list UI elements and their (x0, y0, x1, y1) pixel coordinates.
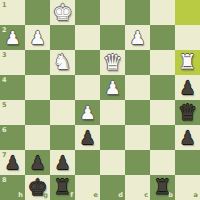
rank-label-3: 3 (2, 51, 7, 59)
rank-label-5: 5 (2, 101, 7, 109)
rank-label-4: 4 (2, 76, 7, 84)
rank-label-6: 6 (2, 126, 7, 134)
square-d7[interactable] (100, 150, 125, 175)
square-h3[interactable]: 3 (0, 50, 25, 75)
piece-black-pawn-e6[interactable]: ♟ (75, 125, 100, 150)
piece-black-rook-f8[interactable]: ♜ (50, 175, 75, 200)
file-label-d: d (118, 191, 123, 199)
square-h6[interactable]: 6 (0, 125, 25, 150)
square-d8[interactable]: d (100, 175, 125, 200)
piece-white-pawn-d4[interactable]: ♟ (100, 75, 125, 100)
piece-white-pawn-h2[interactable]: ♟ (0, 25, 25, 50)
square-c1[interactable] (125, 0, 150, 25)
piece-white-rook-a3[interactable]: ♜ (175, 50, 200, 75)
piece-white-knight-f3[interactable]: ♞ (50, 50, 75, 75)
chess-board: 1♚2♟♟♟3♞♛♜4♟♟5♟♛6♟♟7♟♟♟8hg♚f♜edcb♜a (0, 0, 200, 200)
square-a6[interactable]: ♟ (175, 125, 200, 150)
square-b7[interactable] (150, 150, 175, 175)
square-a4[interactable]: ♟ (175, 75, 200, 100)
square-a1[interactable] (175, 0, 200, 25)
square-d3[interactable]: ♛ (100, 50, 125, 75)
square-d1[interactable] (100, 0, 125, 25)
square-g5[interactable] (25, 100, 50, 125)
square-c6[interactable] (125, 125, 150, 150)
square-f1[interactable]: ♚ (50, 0, 75, 25)
rank-label-8: 8 (2, 176, 7, 184)
square-h2[interactable]: 2♟ (0, 25, 25, 50)
square-c8[interactable]: c (125, 175, 150, 200)
square-b5[interactable] (150, 100, 175, 125)
piece-black-pawn-g7[interactable]: ♟ (25, 150, 50, 175)
square-e7[interactable] (75, 150, 100, 175)
square-f6[interactable] (50, 125, 75, 150)
square-b3[interactable] (150, 50, 175, 75)
square-g3[interactable] (25, 50, 50, 75)
square-f5[interactable] (50, 100, 75, 125)
square-f4[interactable] (50, 75, 75, 100)
square-g1[interactable] (25, 0, 50, 25)
square-b2[interactable] (150, 25, 175, 50)
piece-black-king-g8[interactable]: ♚ (25, 175, 50, 200)
piece-white-pawn-e5[interactable]: ♟ (75, 100, 100, 125)
square-g6[interactable] (25, 125, 50, 150)
file-label-e: e (94, 191, 98, 199)
square-h7[interactable]: 7♟ (0, 150, 25, 175)
square-e8[interactable]: e (75, 175, 100, 200)
square-f3[interactable]: ♞ (50, 50, 75, 75)
piece-white-pawn-g2[interactable]: ♟ (25, 25, 50, 50)
square-h1[interactable]: 1 (0, 0, 25, 25)
square-e4[interactable] (75, 75, 100, 100)
square-e5[interactable]: ♟ (75, 100, 100, 125)
file-label-h: h (18, 191, 23, 199)
piece-white-pawn-c2[interactable]: ♟ (125, 25, 150, 50)
square-d5[interactable] (100, 100, 125, 125)
piece-black-pawn-a6[interactable]: ♟ (175, 125, 200, 150)
piece-black-pawn-f7[interactable]: ♟ (50, 150, 75, 175)
file-label-c: c (144, 191, 148, 199)
square-c2[interactable]: ♟ (125, 25, 150, 50)
square-c7[interactable] (125, 150, 150, 175)
square-g7[interactable]: ♟ (25, 150, 50, 175)
square-c5[interactable] (125, 100, 150, 125)
square-d2[interactable] (100, 25, 125, 50)
square-h8[interactable]: 8h (0, 175, 25, 200)
square-b6[interactable] (150, 125, 175, 150)
square-a3[interactable]: ♜ (175, 50, 200, 75)
square-b8[interactable]: b♜ (150, 175, 175, 200)
square-d6[interactable] (100, 125, 125, 150)
square-a8[interactable]: a (175, 175, 200, 200)
square-b4[interactable] (150, 75, 175, 100)
piece-white-queen-d3[interactable]: ♛ (100, 50, 125, 75)
square-e6[interactable]: ♟ (75, 125, 100, 150)
square-e3[interactable] (75, 50, 100, 75)
square-a2[interactable] (175, 25, 200, 50)
square-f8[interactable]: f♜ (50, 175, 75, 200)
piece-black-pawn-h7[interactable]: ♟ (0, 150, 25, 175)
square-d4[interactable]: ♟ (100, 75, 125, 100)
square-e2[interactable] (75, 25, 100, 50)
square-g8[interactable]: g♚ (25, 175, 50, 200)
rank-label-1: 1 (2, 1, 7, 9)
square-e1[interactable] (75, 0, 100, 25)
square-f7[interactable]: ♟ (50, 150, 75, 175)
square-a7[interactable] (175, 150, 200, 175)
piece-white-king-f1[interactable]: ♚ (50, 0, 75, 25)
file-label-a: a (194, 191, 198, 199)
square-h4[interactable]: 4 (0, 75, 25, 100)
square-g2[interactable]: ♟ (25, 25, 50, 50)
square-g4[interactable] (25, 75, 50, 100)
square-h5[interactable]: 5 (0, 100, 25, 125)
square-c4[interactable] (125, 75, 150, 100)
square-a5[interactable]: ♛ (175, 100, 200, 125)
piece-black-rook-b8[interactable]: ♜ (150, 175, 175, 200)
square-c3[interactable] (125, 50, 150, 75)
piece-black-queen-a5[interactable]: ♛ (175, 100, 200, 125)
piece-black-pawn-a4[interactable]: ♟ (175, 75, 200, 100)
square-b1[interactable] (150, 0, 175, 25)
square-f2[interactable] (50, 25, 75, 50)
